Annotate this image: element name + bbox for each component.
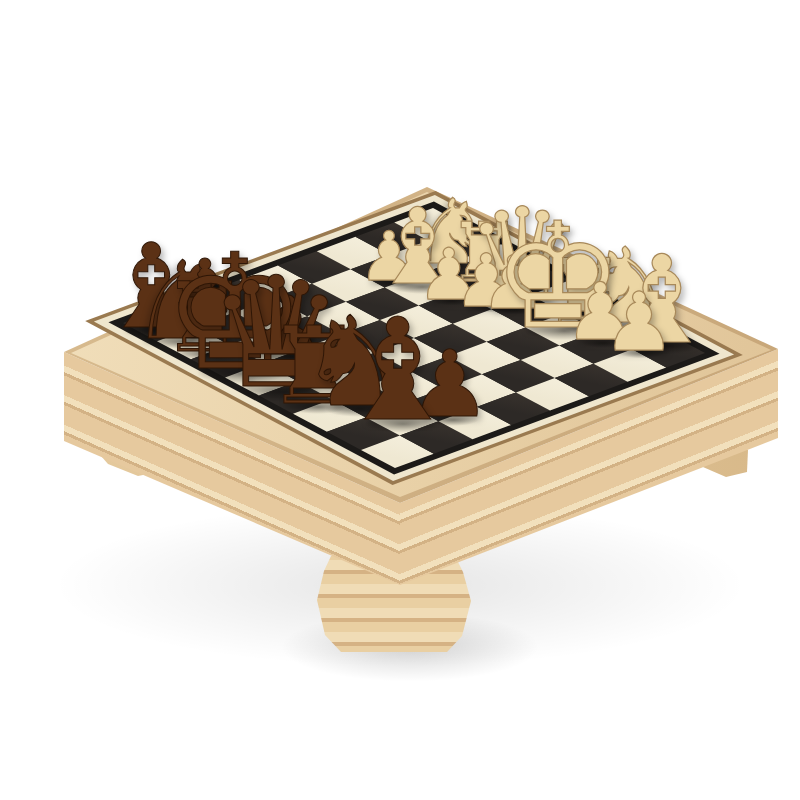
pieces-layer: ♝♞♟♜♚♛♟♜♞♝♟♟♝♞♟♜♟♛♟♚♜♟♞♟♝ xyxy=(0,0,800,800)
chess-set-photo: ♝♞♟♜♚♛♟♜♞♝♟♟♝♞♟♜♟♛♟♚♜♟♞♟♝ xyxy=(0,0,800,800)
white-pawn[interactable]: ♟ xyxy=(603,282,676,363)
black-bishop[interactable]: ♝ xyxy=(335,300,461,441)
